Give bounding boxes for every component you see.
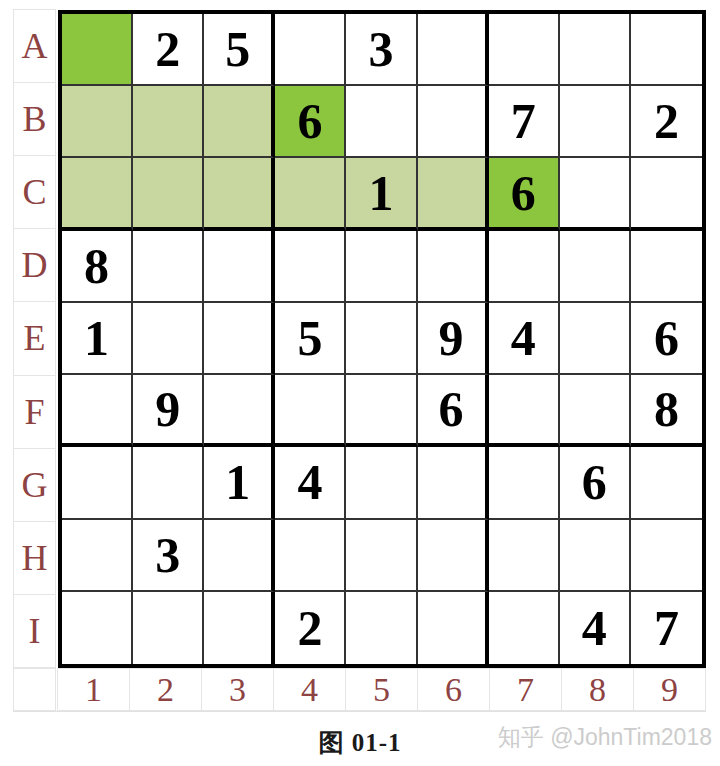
cell-G7 bbox=[489, 447, 560, 519]
cell-A3: 5 bbox=[204, 14, 275, 86]
cell-F8 bbox=[560, 375, 631, 447]
cell-D8 bbox=[560, 231, 631, 303]
cell-F9: 8 bbox=[631, 375, 702, 447]
watermark: 知乎 @JohnTim2018 bbox=[498, 722, 712, 753]
row-labels: ABCDEFGHI bbox=[13, 10, 56, 668]
col-label-5: 5 bbox=[345, 668, 418, 711]
cell-F3 bbox=[204, 375, 275, 447]
cell-B2 bbox=[133, 86, 204, 158]
cell-I1 bbox=[62, 592, 133, 664]
cell-H1 bbox=[62, 520, 133, 592]
cell-H5 bbox=[346, 520, 417, 592]
col-label-9: 9 bbox=[633, 668, 706, 711]
cell-C6 bbox=[418, 158, 489, 230]
cell-B1 bbox=[62, 86, 133, 158]
cell-E9: 6 bbox=[631, 303, 702, 375]
cell-H9 bbox=[631, 520, 702, 592]
cell-I9: 7 bbox=[631, 592, 702, 664]
cell-D9 bbox=[631, 231, 702, 303]
row-label-F: F bbox=[13, 375, 56, 449]
cell-A9 bbox=[631, 14, 702, 86]
cell-E3 bbox=[204, 303, 275, 375]
cell-G9 bbox=[631, 447, 702, 519]
sudoku-figure: ABCDEFGHI 253672168159469681463247 12345… bbox=[0, 0, 720, 766]
cell-I6 bbox=[418, 592, 489, 664]
row-label-C: C bbox=[13, 155, 56, 229]
cell-I8: 4 bbox=[560, 592, 631, 664]
cell-F5 bbox=[346, 375, 417, 447]
cell-I4: 2 bbox=[275, 592, 346, 664]
col-label-4: 4 bbox=[273, 668, 346, 711]
cell-B3 bbox=[204, 86, 275, 158]
cell-G4: 4 bbox=[275, 447, 346, 519]
cell-G1 bbox=[62, 447, 133, 519]
row-label-A: A bbox=[13, 9, 56, 83]
cell-D7 bbox=[489, 231, 560, 303]
cell-F4 bbox=[275, 375, 346, 447]
cell-E4: 5 bbox=[275, 303, 346, 375]
cell-I7 bbox=[489, 592, 560, 664]
cell-B4: 6 bbox=[275, 86, 346, 158]
cell-D2 bbox=[133, 231, 204, 303]
cell-G5 bbox=[346, 447, 417, 519]
cell-A6 bbox=[418, 14, 489, 86]
row-label-H: H bbox=[13, 521, 56, 595]
cell-F2: 9 bbox=[133, 375, 204, 447]
col-label-8: 8 bbox=[561, 668, 634, 711]
cell-C5: 1 bbox=[346, 158, 417, 230]
row-label-B: B bbox=[13, 82, 56, 156]
cell-G8: 6 bbox=[560, 447, 631, 519]
cell-H3 bbox=[204, 520, 275, 592]
cell-A1 bbox=[62, 14, 133, 86]
cell-D1: 8 bbox=[62, 231, 133, 303]
cell-H8 bbox=[560, 520, 631, 592]
cell-D4 bbox=[275, 231, 346, 303]
cell-C7: 6 bbox=[489, 158, 560, 230]
cell-F1 bbox=[62, 375, 133, 447]
cell-I2 bbox=[133, 592, 204, 664]
col-label-6: 6 bbox=[417, 668, 490, 711]
cell-I5 bbox=[346, 592, 417, 664]
cell-H2: 3 bbox=[133, 520, 204, 592]
cell-B6 bbox=[418, 86, 489, 158]
cell-B7: 7 bbox=[489, 86, 560, 158]
row-label-G: G bbox=[13, 448, 56, 522]
board-area: ABCDEFGHI 253672168159469681463247 12345… bbox=[13, 10, 706, 712]
row-label-I: I bbox=[13, 594, 56, 668]
cell-E6: 9 bbox=[418, 303, 489, 375]
cell-A2: 2 bbox=[133, 14, 204, 86]
cell-E8 bbox=[560, 303, 631, 375]
corner-cell bbox=[13, 668, 56, 711]
cell-E1: 1 bbox=[62, 303, 133, 375]
cell-E7: 4 bbox=[489, 303, 560, 375]
sudoku-grid: 253672168159469681463247 bbox=[58, 10, 706, 668]
col-labels: 123456789 bbox=[58, 668, 706, 711]
cell-B9: 2 bbox=[631, 86, 702, 158]
cell-F7 bbox=[489, 375, 560, 447]
cell-A4 bbox=[275, 14, 346, 86]
cell-D6 bbox=[418, 231, 489, 303]
row-label-E: E bbox=[13, 301, 56, 375]
cell-E2 bbox=[133, 303, 204, 375]
cell-B8 bbox=[560, 86, 631, 158]
cell-C2 bbox=[133, 158, 204, 230]
cell-A7 bbox=[489, 14, 560, 86]
cell-B5 bbox=[346, 86, 417, 158]
cell-F6: 6 bbox=[418, 375, 489, 447]
row-label-D: D bbox=[13, 228, 56, 302]
cell-C8 bbox=[560, 158, 631, 230]
cell-G2 bbox=[133, 447, 204, 519]
col-label-3: 3 bbox=[201, 668, 274, 711]
cell-D3 bbox=[204, 231, 275, 303]
cell-H7 bbox=[489, 520, 560, 592]
cell-C9 bbox=[631, 158, 702, 230]
cell-I3 bbox=[204, 592, 275, 664]
cell-A5: 3 bbox=[346, 14, 417, 86]
cell-A8 bbox=[560, 14, 631, 86]
cell-D5 bbox=[346, 231, 417, 303]
cell-E5 bbox=[346, 303, 417, 375]
cell-C1 bbox=[62, 158, 133, 230]
cell-C3 bbox=[204, 158, 275, 230]
col-label-1: 1 bbox=[57, 668, 130, 711]
cell-H4 bbox=[275, 520, 346, 592]
cell-C4 bbox=[275, 158, 346, 230]
cell-H6 bbox=[418, 520, 489, 592]
col-label-7: 7 bbox=[489, 668, 562, 711]
col-label-2: 2 bbox=[129, 668, 202, 711]
cell-G6 bbox=[418, 447, 489, 519]
cell-G3: 1 bbox=[204, 447, 275, 519]
